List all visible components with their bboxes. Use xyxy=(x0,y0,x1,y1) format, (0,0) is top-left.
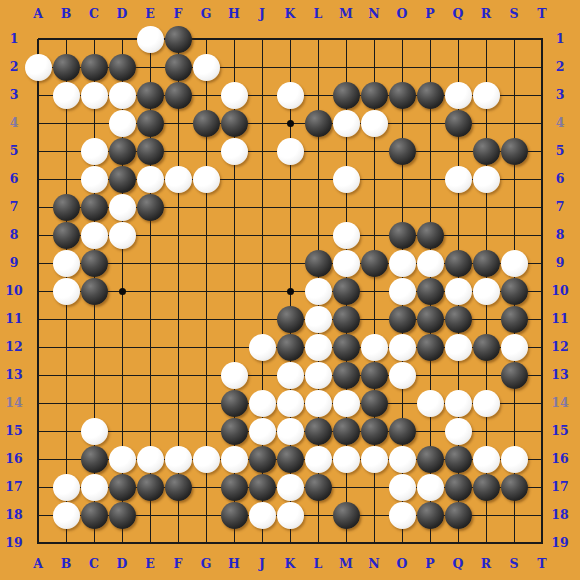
intersection-O7[interactable] xyxy=(388,193,416,221)
intersection-H1[interactable] xyxy=(220,25,248,53)
intersection-R6[interactable] xyxy=(472,165,500,193)
intersection-S6[interactable] xyxy=(500,165,528,193)
intersection-M9[interactable] xyxy=(332,249,360,277)
intersection-C4[interactable] xyxy=(80,109,108,137)
intersection-T17[interactable] xyxy=(528,473,556,501)
intersection-T7[interactable] xyxy=(528,193,556,221)
intersection-C6[interactable] xyxy=(80,165,108,193)
intersection-Q14[interactable] xyxy=(444,389,472,417)
intersection-E17[interactable] xyxy=(136,473,164,501)
intersection-N15[interactable] xyxy=(360,417,388,445)
intersection-Q5[interactable] xyxy=(444,137,472,165)
intersection-O12[interactable] xyxy=(388,333,416,361)
intersection-D19[interactable] xyxy=(108,529,136,557)
intersection-L17[interactable] xyxy=(304,473,332,501)
intersection-O9[interactable] xyxy=(388,249,416,277)
intersection-B4[interactable] xyxy=(52,109,80,137)
intersection-K6[interactable] xyxy=(276,165,304,193)
intersection-N16[interactable] xyxy=(360,445,388,473)
intersection-T14[interactable] xyxy=(528,389,556,417)
intersection-E6[interactable] xyxy=(136,165,164,193)
intersection-L8[interactable] xyxy=(304,221,332,249)
intersection-C7[interactable] xyxy=(80,193,108,221)
intersection-A16[interactable] xyxy=(24,445,52,473)
intersection-P5[interactable] xyxy=(416,137,444,165)
intersection-T15[interactable] xyxy=(528,417,556,445)
intersection-S18[interactable] xyxy=(500,501,528,529)
intersection-T13[interactable] xyxy=(528,361,556,389)
intersection-D9[interactable] xyxy=(108,249,136,277)
intersection-E8[interactable] xyxy=(136,221,164,249)
intersection-S13[interactable] xyxy=(500,361,528,389)
intersection-L4[interactable] xyxy=(304,109,332,137)
intersection-M16[interactable] xyxy=(332,445,360,473)
intersection-G4[interactable] xyxy=(192,109,220,137)
intersection-T16[interactable] xyxy=(528,445,556,473)
intersection-T8[interactable] xyxy=(528,221,556,249)
intersection-P1[interactable] xyxy=(416,25,444,53)
intersection-K3[interactable] xyxy=(276,81,304,109)
intersection-N14[interactable] xyxy=(360,389,388,417)
intersection-M12[interactable] xyxy=(332,333,360,361)
intersection-B5[interactable] xyxy=(52,137,80,165)
intersection-R1[interactable] xyxy=(472,25,500,53)
intersection-G18[interactable] xyxy=(192,501,220,529)
intersection-S8[interactable] xyxy=(500,221,528,249)
intersection-N8[interactable] xyxy=(360,221,388,249)
intersection-N1[interactable] xyxy=(360,25,388,53)
intersection-C14[interactable] xyxy=(80,389,108,417)
intersection-M6[interactable] xyxy=(332,165,360,193)
intersection-G11[interactable] xyxy=(192,305,220,333)
intersection-R3[interactable] xyxy=(472,81,500,109)
intersection-M10[interactable] xyxy=(332,277,360,305)
intersection-K2[interactable] xyxy=(276,53,304,81)
intersection-R2[interactable] xyxy=(472,53,500,81)
intersection-H17[interactable] xyxy=(220,473,248,501)
intersection-T5[interactable] xyxy=(528,137,556,165)
intersection-O6[interactable] xyxy=(388,165,416,193)
intersection-Q11[interactable] xyxy=(444,305,472,333)
intersection-H8[interactable] xyxy=(220,221,248,249)
intersection-K12[interactable] xyxy=(276,333,304,361)
intersection-F19[interactable] xyxy=(164,529,192,557)
intersection-O10[interactable] xyxy=(388,277,416,305)
intersection-R7[interactable] xyxy=(472,193,500,221)
intersection-S19[interactable] xyxy=(500,529,528,557)
intersection-P2[interactable] xyxy=(416,53,444,81)
intersection-H10[interactable] xyxy=(220,277,248,305)
intersection-L13[interactable] xyxy=(304,361,332,389)
intersection-P8[interactable] xyxy=(416,221,444,249)
intersection-M4[interactable] xyxy=(332,109,360,137)
intersection-E4[interactable] xyxy=(136,109,164,137)
intersection-M18[interactable] xyxy=(332,501,360,529)
intersection-A6[interactable] xyxy=(24,165,52,193)
intersection-K8[interactable] xyxy=(276,221,304,249)
intersection-R13[interactable] xyxy=(472,361,500,389)
intersection-E13[interactable] xyxy=(136,361,164,389)
intersection-S10[interactable] xyxy=(500,277,528,305)
intersection-O3[interactable] xyxy=(388,81,416,109)
intersection-B18[interactable] xyxy=(52,501,80,529)
intersection-A9[interactable] xyxy=(24,249,52,277)
intersection-K4[interactable] xyxy=(276,109,304,137)
intersection-C13[interactable] xyxy=(80,361,108,389)
intersection-D3[interactable] xyxy=(108,81,136,109)
intersection-D6[interactable] xyxy=(108,165,136,193)
intersection-M7[interactable] xyxy=(332,193,360,221)
intersection-S1[interactable] xyxy=(500,25,528,53)
intersection-R9[interactable] xyxy=(472,249,500,277)
intersection-A8[interactable] xyxy=(24,221,52,249)
intersection-C5[interactable] xyxy=(80,137,108,165)
intersection-S5[interactable] xyxy=(500,137,528,165)
intersection-E16[interactable] xyxy=(136,445,164,473)
intersection-J1[interactable] xyxy=(248,25,276,53)
intersection-C12[interactable] xyxy=(80,333,108,361)
intersection-Q9[interactable] xyxy=(444,249,472,277)
intersection-K19[interactable] xyxy=(276,529,304,557)
intersection-K10[interactable] xyxy=(276,277,304,305)
intersection-E2[interactable] xyxy=(136,53,164,81)
intersection-T3[interactable] xyxy=(528,81,556,109)
intersection-T2[interactable] xyxy=(528,53,556,81)
intersection-D13[interactable] xyxy=(108,361,136,389)
intersection-L14[interactable] xyxy=(304,389,332,417)
intersection-J7[interactable] xyxy=(248,193,276,221)
intersection-M2[interactable] xyxy=(332,53,360,81)
intersection-Q10[interactable] xyxy=(444,277,472,305)
intersection-M13[interactable] xyxy=(332,361,360,389)
intersection-Q1[interactable] xyxy=(444,25,472,53)
intersection-J13[interactable] xyxy=(248,361,276,389)
intersection-A12[interactable] xyxy=(24,333,52,361)
intersection-F7[interactable] xyxy=(164,193,192,221)
intersection-C8[interactable] xyxy=(80,221,108,249)
intersection-P7[interactable] xyxy=(416,193,444,221)
intersection-N10[interactable] xyxy=(360,277,388,305)
intersection-O14[interactable] xyxy=(388,389,416,417)
intersection-G14[interactable] xyxy=(192,389,220,417)
intersection-O5[interactable] xyxy=(388,137,416,165)
intersection-P18[interactable] xyxy=(416,501,444,529)
intersection-N17[interactable] xyxy=(360,473,388,501)
intersection-H2[interactable] xyxy=(220,53,248,81)
intersection-B7[interactable] xyxy=(52,193,80,221)
intersection-Q2[interactable] xyxy=(444,53,472,81)
intersection-F9[interactable] xyxy=(164,249,192,277)
intersection-J19[interactable] xyxy=(248,529,276,557)
intersection-G8[interactable] xyxy=(192,221,220,249)
intersection-J11[interactable] xyxy=(248,305,276,333)
intersection-D14[interactable] xyxy=(108,389,136,417)
intersection-A4[interactable] xyxy=(24,109,52,137)
intersection-Q16[interactable] xyxy=(444,445,472,473)
intersection-R11[interactable] xyxy=(472,305,500,333)
intersection-Q8[interactable] xyxy=(444,221,472,249)
intersection-S17[interactable] xyxy=(500,473,528,501)
intersection-A19[interactable] xyxy=(24,529,52,557)
intersection-J3[interactable] xyxy=(248,81,276,109)
intersection-B2[interactable] xyxy=(52,53,80,81)
intersection-L10[interactable] xyxy=(304,277,332,305)
intersection-O4[interactable] xyxy=(388,109,416,137)
intersection-L5[interactable] xyxy=(304,137,332,165)
intersection-F18[interactable] xyxy=(164,501,192,529)
intersection-K5[interactable] xyxy=(276,137,304,165)
intersection-N13[interactable] xyxy=(360,361,388,389)
intersection-H5[interactable] xyxy=(220,137,248,165)
intersection-D5[interactable] xyxy=(108,137,136,165)
intersection-P17[interactable] xyxy=(416,473,444,501)
intersection-T9[interactable] xyxy=(528,249,556,277)
intersection-J4[interactable] xyxy=(248,109,276,137)
intersection-S15[interactable] xyxy=(500,417,528,445)
intersection-N11[interactable] xyxy=(360,305,388,333)
intersection-K15[interactable] xyxy=(276,417,304,445)
intersection-K1[interactable] xyxy=(276,25,304,53)
intersection-L11[interactable] xyxy=(304,305,332,333)
intersection-C19[interactable] xyxy=(80,529,108,557)
intersection-M14[interactable] xyxy=(332,389,360,417)
intersection-J16[interactable] xyxy=(248,445,276,473)
intersection-L6[interactable] xyxy=(304,165,332,193)
intersection-C2[interactable] xyxy=(80,53,108,81)
intersection-E12[interactable] xyxy=(136,333,164,361)
intersection-B16[interactable] xyxy=(52,445,80,473)
intersection-H11[interactable] xyxy=(220,305,248,333)
intersection-B13[interactable] xyxy=(52,361,80,389)
intersection-J18[interactable] xyxy=(248,501,276,529)
intersection-M17[interactable] xyxy=(332,473,360,501)
intersection-G13[interactable] xyxy=(192,361,220,389)
intersection-Q6[interactable] xyxy=(444,165,472,193)
intersection-J15[interactable] xyxy=(248,417,276,445)
intersection-F6[interactable] xyxy=(164,165,192,193)
intersection-D10[interactable] xyxy=(108,277,136,305)
intersection-H13[interactable] xyxy=(220,361,248,389)
intersection-D11[interactable] xyxy=(108,305,136,333)
intersection-A18[interactable] xyxy=(24,501,52,529)
intersection-J12[interactable] xyxy=(248,333,276,361)
intersection-G7[interactable] xyxy=(192,193,220,221)
intersection-Q19[interactable] xyxy=(444,529,472,557)
intersection-T6[interactable] xyxy=(528,165,556,193)
intersection-R12[interactable] xyxy=(472,333,500,361)
intersection-Q3[interactable] xyxy=(444,81,472,109)
intersection-N3[interactable] xyxy=(360,81,388,109)
intersection-D15[interactable] xyxy=(108,417,136,445)
intersection-K16[interactable] xyxy=(276,445,304,473)
intersection-C10[interactable] xyxy=(80,277,108,305)
intersection-Q15[interactable] xyxy=(444,417,472,445)
intersection-L16[interactable] xyxy=(304,445,332,473)
intersection-A14[interactable] xyxy=(24,389,52,417)
intersection-F10[interactable] xyxy=(164,277,192,305)
intersection-B9[interactable] xyxy=(52,249,80,277)
intersection-K7[interactable] xyxy=(276,193,304,221)
intersection-T1[interactable] xyxy=(528,25,556,53)
intersection-D4[interactable] xyxy=(108,109,136,137)
intersection-B11[interactable] xyxy=(52,305,80,333)
intersection-G10[interactable] xyxy=(192,277,220,305)
intersection-O15[interactable] xyxy=(388,417,416,445)
intersection-N4[interactable] xyxy=(360,109,388,137)
intersection-S3[interactable] xyxy=(500,81,528,109)
intersection-B1[interactable] xyxy=(52,25,80,53)
intersection-F14[interactable] xyxy=(164,389,192,417)
intersection-O1[interactable] xyxy=(388,25,416,53)
intersection-M5[interactable] xyxy=(332,137,360,165)
intersection-E1[interactable] xyxy=(136,25,164,53)
intersection-O17[interactable] xyxy=(388,473,416,501)
intersection-J9[interactable] xyxy=(248,249,276,277)
intersection-F4[interactable] xyxy=(164,109,192,137)
intersection-T18[interactable] xyxy=(528,501,556,529)
intersection-S4[interactable] xyxy=(500,109,528,137)
intersection-H12[interactable] xyxy=(220,333,248,361)
intersection-M1[interactable] xyxy=(332,25,360,53)
intersection-T11[interactable] xyxy=(528,305,556,333)
intersection-B8[interactable] xyxy=(52,221,80,249)
intersection-O19[interactable] xyxy=(388,529,416,557)
intersection-L2[interactable] xyxy=(304,53,332,81)
intersection-C3[interactable] xyxy=(80,81,108,109)
intersection-L3[interactable] xyxy=(304,81,332,109)
intersection-B3[interactable] xyxy=(52,81,80,109)
intersection-C16[interactable] xyxy=(80,445,108,473)
intersection-O16[interactable] xyxy=(388,445,416,473)
intersection-O13[interactable] xyxy=(388,361,416,389)
intersection-L18[interactable] xyxy=(304,501,332,529)
intersection-T10[interactable] xyxy=(528,277,556,305)
intersection-H7[interactable] xyxy=(220,193,248,221)
intersection-R19[interactable] xyxy=(472,529,500,557)
intersection-O2[interactable] xyxy=(388,53,416,81)
intersection-L7[interactable] xyxy=(304,193,332,221)
intersection-Q4[interactable] xyxy=(444,109,472,137)
intersection-P14[interactable] xyxy=(416,389,444,417)
intersection-Q12[interactable] xyxy=(444,333,472,361)
intersection-G2[interactable] xyxy=(192,53,220,81)
intersection-D2[interactable] xyxy=(108,53,136,81)
intersection-M11[interactable] xyxy=(332,305,360,333)
intersection-D17[interactable] xyxy=(108,473,136,501)
intersection-P4[interactable] xyxy=(416,109,444,137)
intersection-A7[interactable] xyxy=(24,193,52,221)
intersection-N18[interactable] xyxy=(360,501,388,529)
intersection-A3[interactable] xyxy=(24,81,52,109)
intersection-D1[interactable] xyxy=(108,25,136,53)
intersection-A5[interactable] xyxy=(24,137,52,165)
intersection-D16[interactable] xyxy=(108,445,136,473)
intersection-E7[interactable] xyxy=(136,193,164,221)
intersection-E10[interactable] xyxy=(136,277,164,305)
intersection-J6[interactable] xyxy=(248,165,276,193)
intersection-H19[interactable] xyxy=(220,529,248,557)
intersection-S2[interactable] xyxy=(500,53,528,81)
intersection-L15[interactable] xyxy=(304,417,332,445)
intersection-K9[interactable] xyxy=(276,249,304,277)
intersection-E3[interactable] xyxy=(136,81,164,109)
intersection-E19[interactable] xyxy=(136,529,164,557)
intersection-E15[interactable] xyxy=(136,417,164,445)
intersection-G3[interactable] xyxy=(192,81,220,109)
intersection-S14[interactable] xyxy=(500,389,528,417)
intersection-S16[interactable] xyxy=(500,445,528,473)
intersection-B17[interactable] xyxy=(52,473,80,501)
intersection-A10[interactable] xyxy=(24,277,52,305)
intersection-D8[interactable] xyxy=(108,221,136,249)
intersection-F12[interactable] xyxy=(164,333,192,361)
intersection-C15[interactable] xyxy=(80,417,108,445)
intersection-T19[interactable] xyxy=(528,529,556,557)
intersection-P16[interactable] xyxy=(416,445,444,473)
intersection-H14[interactable] xyxy=(220,389,248,417)
intersection-P15[interactable] xyxy=(416,417,444,445)
intersection-G9[interactable] xyxy=(192,249,220,277)
intersection-J5[interactable] xyxy=(248,137,276,165)
intersection-P3[interactable] xyxy=(416,81,444,109)
intersection-H15[interactable] xyxy=(220,417,248,445)
intersection-F1[interactable] xyxy=(164,25,192,53)
intersection-S11[interactable] xyxy=(500,305,528,333)
intersection-E11[interactable] xyxy=(136,305,164,333)
intersection-R5[interactable] xyxy=(472,137,500,165)
intersection-K11[interactable] xyxy=(276,305,304,333)
intersection-H16[interactable] xyxy=(220,445,248,473)
intersection-J10[interactable] xyxy=(248,277,276,305)
intersection-G12[interactable] xyxy=(192,333,220,361)
intersection-M15[interactable] xyxy=(332,417,360,445)
intersection-Q18[interactable] xyxy=(444,501,472,529)
intersection-A17[interactable] xyxy=(24,473,52,501)
intersection-K18[interactable] xyxy=(276,501,304,529)
intersection-A13[interactable] xyxy=(24,361,52,389)
intersection-N7[interactable] xyxy=(360,193,388,221)
intersection-T4[interactable] xyxy=(528,109,556,137)
intersection-G1[interactable] xyxy=(192,25,220,53)
intersection-R8[interactable] xyxy=(472,221,500,249)
intersection-Q17[interactable] xyxy=(444,473,472,501)
intersection-N9[interactable] xyxy=(360,249,388,277)
intersection-A1[interactable] xyxy=(24,25,52,53)
intersection-D12[interactable] xyxy=(108,333,136,361)
intersection-C9[interactable] xyxy=(80,249,108,277)
intersection-N5[interactable] xyxy=(360,137,388,165)
intersection-F17[interactable] xyxy=(164,473,192,501)
intersection-G15[interactable] xyxy=(192,417,220,445)
intersection-N6[interactable] xyxy=(360,165,388,193)
intersection-K17[interactable] xyxy=(276,473,304,501)
intersection-P9[interactable] xyxy=(416,249,444,277)
intersection-Q7[interactable] xyxy=(444,193,472,221)
intersection-H3[interactable] xyxy=(220,81,248,109)
intersection-G6[interactable] xyxy=(192,165,220,193)
intersection-L1[interactable] xyxy=(304,25,332,53)
intersection-F5[interactable] xyxy=(164,137,192,165)
intersection-F13[interactable] xyxy=(164,361,192,389)
intersection-S7[interactable] xyxy=(500,193,528,221)
intersection-H18[interactable] xyxy=(220,501,248,529)
intersection-H6[interactable] xyxy=(220,165,248,193)
intersection-C1[interactable] xyxy=(80,25,108,53)
intersection-G17[interactable] xyxy=(192,473,220,501)
intersection-L19[interactable] xyxy=(304,529,332,557)
intersection-H9[interactable] xyxy=(220,249,248,277)
intersection-E18[interactable] xyxy=(136,501,164,529)
